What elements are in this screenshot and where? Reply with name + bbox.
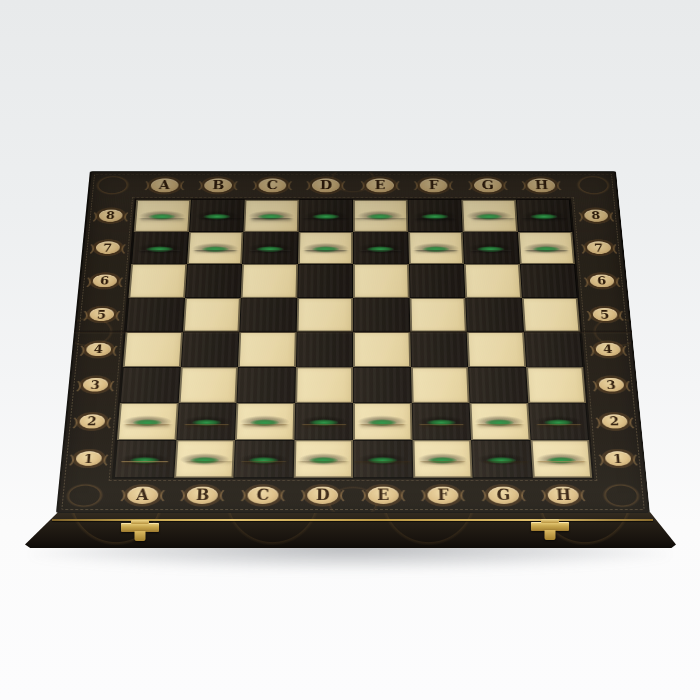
file-label-g-bottom: G: [488, 487, 520, 504]
file-label-h-top: H: [527, 178, 556, 192]
frame-stitch-inner: [109, 197, 598, 481]
file-label-f-top: F: [420, 178, 448, 192]
board-frame: [56, 171, 650, 513]
rank-label-2-right: 2: [601, 414, 627, 428]
file-label-e-top: E: [366, 178, 394, 192]
file-label-h-bottom: H: [548, 487, 580, 504]
file-label-g-top: G: [474, 178, 502, 192]
brass-clasp-right: [531, 522, 569, 531]
rank-label-2-left: 2: [79, 414, 105, 428]
rank-label-6-right: 6: [589, 274, 614, 287]
chess-board: ABCDEFGH ABCDEFGH 87654321 87654321 ♜♞♝♛…: [56, 171, 650, 513]
rank-label-8-left: 8: [98, 209, 123, 221]
rank-label-4-right: 4: [595, 343, 621, 356]
photo-scene: ABCDEFGH ABCDEFGH 87654321 87654321 ♜♞♝♛…: [0, 0, 700, 700]
file-label-c-top: C: [258, 178, 286, 192]
file-label-e-bottom: E: [368, 487, 399, 504]
rank-label-4-left: 4: [85, 343, 111, 356]
brass-clasp-left: [121, 523, 159, 532]
rank-label-6-left: 6: [92, 274, 117, 287]
file-label-c-bottom: C: [247, 487, 278, 504]
rank-label-8-right: 8: [583, 209, 608, 221]
